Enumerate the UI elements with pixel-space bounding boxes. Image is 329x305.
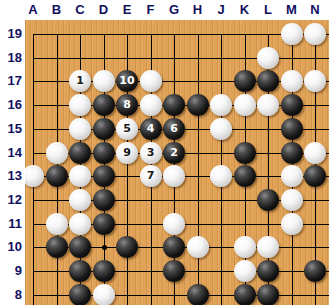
column-label-J: J bbox=[211, 1, 231, 19]
column-label-C: C bbox=[70, 1, 90, 19]
black-stone-D13[interactable] bbox=[93, 165, 115, 187]
white-stone-J13[interactable] bbox=[210, 165, 232, 187]
column-label-A: A bbox=[23, 1, 43, 19]
black-stone-G16[interactable] bbox=[163, 94, 185, 116]
black-stone-H8[interactable] bbox=[187, 284, 209, 305]
white-stone-M13[interactable] bbox=[281, 165, 303, 187]
black-stone-C10[interactable] bbox=[69, 236, 91, 258]
black-stone-move-10-E17[interactable]: 10 bbox=[116, 70, 138, 92]
white-stone-move-5-E15[interactable]: 5 bbox=[116, 118, 138, 140]
black-stone-K14[interactable] bbox=[234, 142, 256, 164]
star-point-D10 bbox=[102, 245, 107, 250]
column-label-K: K bbox=[235, 1, 255, 19]
black-stone-M16[interactable] bbox=[281, 94, 303, 116]
white-stone-C16[interactable] bbox=[69, 94, 91, 116]
black-stone-M15[interactable] bbox=[281, 118, 303, 140]
black-stone-L9[interactable] bbox=[257, 260, 279, 282]
column-label-E: E bbox=[117, 1, 137, 19]
white-stone-L10[interactable] bbox=[257, 236, 279, 258]
white-stone-L18[interactable] bbox=[257, 47, 279, 69]
column-label-N: N bbox=[305, 1, 325, 19]
white-stone-move-3-F14[interactable]: 3 bbox=[140, 142, 162, 164]
row-label-11: 11 bbox=[0, 214, 22, 234]
row-labels: 1918171615141312111098 bbox=[0, 20, 25, 305]
white-stone-K10[interactable] bbox=[234, 236, 256, 258]
black-stone-D14[interactable] bbox=[93, 142, 115, 164]
white-stone-K9[interactable] bbox=[234, 260, 256, 282]
white-stone-A13[interactable] bbox=[22, 165, 44, 187]
white-stone-C15[interactable] bbox=[69, 118, 91, 140]
column-label-D: D bbox=[94, 1, 114, 19]
white-stone-N19[interactable] bbox=[304, 23, 326, 45]
row-label-16: 16 bbox=[0, 95, 22, 115]
white-stone-G13[interactable] bbox=[163, 165, 185, 187]
black-stone-H16[interactable] bbox=[187, 94, 209, 116]
white-stone-D8[interactable] bbox=[93, 284, 115, 305]
black-stone-L17[interactable] bbox=[257, 70, 279, 92]
go-board-widget: 11085469327 ABCDEFGHJKLMN 19181716151413… bbox=[0, 0, 329, 305]
black-stone-C9[interactable] bbox=[69, 260, 91, 282]
white-stone-M11[interactable] bbox=[281, 213, 303, 235]
grid-line-col-H bbox=[198, 34, 199, 305]
black-stone-M14[interactable] bbox=[281, 142, 303, 164]
row-label-17: 17 bbox=[0, 71, 22, 91]
white-stone-L16[interactable] bbox=[257, 94, 279, 116]
row-label-18: 18 bbox=[0, 48, 22, 68]
column-labels: ABCDEFGHJKLMN bbox=[0, 0, 329, 20]
white-stone-H10[interactable] bbox=[187, 236, 209, 258]
white-stone-C11[interactable] bbox=[69, 213, 91, 235]
black-stone-K8[interactable] bbox=[234, 284, 256, 305]
column-label-M: M bbox=[282, 1, 302, 19]
white-stone-J16[interactable] bbox=[210, 94, 232, 116]
white-stone-D17[interactable] bbox=[93, 70, 115, 92]
white-stone-move-9-E14[interactable]: 9 bbox=[116, 142, 138, 164]
row-label-15: 15 bbox=[0, 119, 22, 139]
row-label-10: 10 bbox=[0, 237, 22, 257]
column-label-L: L bbox=[258, 1, 278, 19]
white-stone-M19[interactable] bbox=[281, 23, 303, 45]
black-stone-N9[interactable] bbox=[304, 260, 326, 282]
row-label-13: 13 bbox=[0, 166, 22, 186]
black-stone-C14[interactable] bbox=[69, 142, 91, 164]
white-stone-B14[interactable] bbox=[46, 142, 68, 164]
white-stone-F16[interactable] bbox=[140, 94, 162, 116]
white-stone-N14[interactable] bbox=[304, 142, 326, 164]
black-stone-D12[interactable] bbox=[93, 189, 115, 211]
black-stone-move-2-G14[interactable]: 2 bbox=[163, 142, 185, 164]
white-stone-C12[interactable] bbox=[69, 189, 91, 211]
black-stone-G9[interactable] bbox=[163, 260, 185, 282]
black-stone-K13[interactable] bbox=[234, 165, 256, 187]
black-stone-N13[interactable] bbox=[304, 165, 326, 187]
row-label-8: 8 bbox=[0, 285, 22, 305]
row-label-19: 19 bbox=[0, 24, 22, 44]
column-label-H: H bbox=[188, 1, 208, 19]
black-stone-G10[interactable] bbox=[163, 236, 185, 258]
black-stone-K17[interactable] bbox=[234, 70, 256, 92]
go-board[interactable]: 11085469327 bbox=[25, 20, 329, 305]
black-stone-B13[interactable] bbox=[46, 165, 68, 187]
white-stone-move-7-F13[interactable]: 7 bbox=[140, 165, 162, 187]
black-stone-D16[interactable] bbox=[93, 94, 115, 116]
white-stone-B11[interactable] bbox=[46, 213, 68, 235]
row-label-12: 12 bbox=[0, 190, 22, 210]
black-stone-L12[interactable] bbox=[257, 189, 279, 211]
column-label-B: B bbox=[47, 1, 67, 19]
grid-line-row-18 bbox=[33, 58, 329, 59]
black-stone-move-8-E16[interactable]: 8 bbox=[116, 94, 138, 116]
white-stone-move-1-C17[interactable]: 1 bbox=[69, 70, 91, 92]
column-label-G: G bbox=[164, 1, 184, 19]
white-stone-M17[interactable] bbox=[281, 70, 303, 92]
white-stone-J15[interactable] bbox=[210, 118, 232, 140]
white-stone-N17[interactable] bbox=[304, 70, 326, 92]
black-stone-L8[interactable] bbox=[257, 284, 279, 305]
white-stone-F17[interactable] bbox=[140, 70, 162, 92]
black-stone-D9[interactable] bbox=[93, 260, 115, 282]
white-stone-G11[interactable] bbox=[163, 213, 185, 235]
black-stone-C8[interactable] bbox=[69, 284, 91, 305]
row-label-14: 14 bbox=[0, 143, 22, 163]
black-stone-D15[interactable] bbox=[93, 118, 115, 140]
black-stone-D11[interactable] bbox=[93, 213, 115, 235]
white-stone-M12[interactable] bbox=[281, 189, 303, 211]
row-label-9: 9 bbox=[0, 261, 22, 281]
white-stone-C13[interactable] bbox=[69, 165, 91, 187]
black-stone-move-6-G15[interactable]: 6 bbox=[163, 118, 185, 140]
white-stone-K16[interactable] bbox=[234, 94, 256, 116]
column-label-F: F bbox=[141, 1, 161, 19]
black-stone-B10[interactable] bbox=[46, 236, 68, 258]
black-stone-E10[interactable] bbox=[116, 236, 138, 258]
black-stone-move-4-F15[interactable]: 4 bbox=[140, 118, 162, 140]
